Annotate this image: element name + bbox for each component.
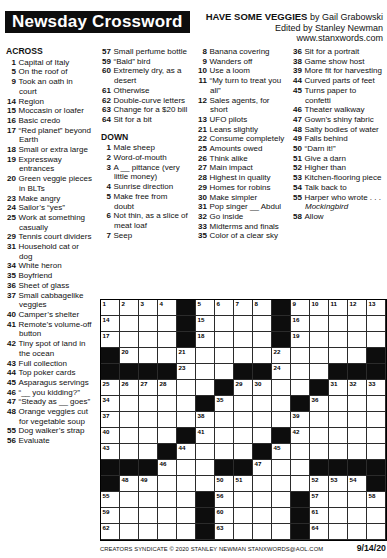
clue-across-31: 31Household cat or dog	[6, 242, 92, 261]
grid-cell-r2c15[interactable]	[367, 316, 386, 332]
grid-cell-r6c14[interactable]: 32	[348, 380, 367, 396]
grid-cell-r8c13[interactable]	[329, 412, 348, 428]
grid-cell-r12c2[interactable]: 48	[120, 476, 139, 492]
grid-cell-r4c7[interactable]	[215, 348, 234, 364]
grid-cell-r14c15[interactable]	[367, 508, 386, 524]
grid-cell-r11c4[interactable]: 46	[158, 460, 177, 476]
black-cell-r5c13	[329, 364, 348, 380]
clue-down-50: 50“Darn it!”	[292, 144, 382, 154]
grid-cell-r9c6[interactable]: 41	[196, 428, 215, 444]
app-title: Newsday Crossword	[12, 12, 183, 31]
grid-cell-r14c3[interactable]	[139, 508, 158, 524]
grid-cell-r8c3[interactable]	[139, 412, 158, 428]
grid-cell-r14c13[interactable]	[329, 508, 348, 524]
cell-number-22: 22	[274, 348, 281, 355]
grid-cell-r7c13[interactable]	[329, 396, 348, 412]
black-cell-r10c9	[253, 444, 272, 460]
grid-cell-r10c15[interactable]	[367, 444, 386, 460]
grid-cell-r12c14[interactable]: 54	[348, 476, 367, 492]
clue-number: 23	[6, 194, 16, 204]
grid-cell-r14c14[interactable]	[348, 508, 367, 524]
clue-text: Work at something casually	[19, 213, 86, 232]
grid-cell-r10c1[interactable]: 43	[101, 444, 120, 460]
grid-cell-r15c5[interactable]	[177, 524, 196, 540]
cell-number-62: 62	[103, 524, 110, 531]
grid-cell-r3c11[interactable]: 19	[291, 332, 310, 348]
grid-cell-r7c12[interactable]: 36	[310, 396, 329, 412]
grid-cell-r6c6[interactable]	[196, 380, 215, 396]
grid-cell-r4c14[interactable]	[348, 348, 367, 364]
black-cell-r15c6	[196, 524, 215, 540]
clue-number: 3	[101, 163, 111, 173]
cell-number-59: 59	[103, 508, 110, 515]
grid-cell-r1c13[interactable]: 11	[329, 300, 348, 316]
clue-number: 52	[292, 163, 302, 173]
grid-cell-r1c3[interactable]: 3	[139, 300, 158, 316]
grid-cell-r15c12[interactable]: 64	[310, 524, 329, 540]
grid-cell-r12c3[interactable]: 49	[139, 476, 158, 492]
grid-cell-r14c9[interactable]	[253, 508, 272, 524]
black-cell-r11c1	[101, 460, 120, 476]
clue-across-25: 25Work at something casually	[6, 213, 92, 232]
grid-cell-r10c11[interactable]	[291, 444, 310, 460]
grid-cell-r1c8[interactable]: 7	[234, 300, 253, 316]
cell-number-3: 3	[141, 300, 144, 307]
clue-text: Consume completely	[210, 134, 285, 143]
black-cell-r11c13	[329, 460, 348, 476]
clue-down-36: 36Sit for a portrait	[292, 47, 382, 57]
grid-cell-r4c12[interactable]	[310, 348, 329, 364]
cell-number-25: 25	[103, 380, 110, 387]
grid-cell-r15c4[interactable]	[158, 524, 177, 540]
grid-cell-r8c14[interactable]	[348, 412, 367, 428]
grid-cell-r10c8[interactable]	[234, 444, 253, 460]
grid-cell-r13c9[interactable]	[253, 492, 272, 508]
clue-number: 42	[6, 339, 16, 349]
clue-number: 62	[101, 96, 111, 106]
grid-cell-r3c13[interactable]	[329, 332, 348, 348]
grid-cell-r10c5[interactable]: 44	[177, 444, 196, 460]
grid-cell-r5c10[interactable]: 24	[272, 364, 291, 380]
clue-number: 44	[6, 368, 16, 378]
grid-cell-r13c1[interactable]: 55	[101, 492, 120, 508]
clue-text: Higher than	[305, 163, 346, 172]
clue-number: 25	[197, 144, 207, 154]
grid-cell-r10c2[interactable]	[120, 444, 139, 460]
grid-cell-r14c8[interactable]	[234, 508, 253, 524]
grid-cell-r14c2[interactable]	[120, 508, 139, 524]
grid-cell-r3c2[interactable]	[120, 332, 139, 348]
black-cell-r5c9	[253, 364, 272, 380]
grid-cell-r10c13[interactable]	[329, 444, 348, 460]
grid-cell-r3c15[interactable]	[367, 332, 386, 348]
clue-number: 36	[292, 47, 302, 57]
grid-cell-r10c7[interactable]	[215, 444, 234, 460]
grid-cell-r2c13[interactable]	[329, 316, 348, 332]
grid-cell-r4c4[interactable]	[158, 348, 177, 364]
grid-cell-r13c12[interactable]: 57	[310, 492, 329, 508]
clue-down-46: 46Theater walkway	[292, 105, 382, 115]
grid-cell-r10c3[interactable]	[139, 444, 158, 460]
grid-cell-r2c12[interactable]	[310, 316, 329, 332]
clue-down-2: 2Word-of-mouth	[101, 153, 189, 163]
grid-cell-r15c9[interactable]	[253, 524, 272, 540]
grid-cell-r12c13[interactable]: 53	[329, 476, 348, 492]
grid-cell-r2c8[interactable]	[234, 316, 253, 332]
clue-number: 29	[6, 232, 16, 242]
grid-cell-r3c6[interactable]: 18	[196, 332, 215, 348]
clue-text: Think alike	[210, 154, 248, 163]
grid-cell-r6c11[interactable]	[291, 380, 310, 396]
grid-cell-r11c6[interactable]	[196, 460, 215, 476]
black-cell-r11c2	[120, 460, 139, 476]
grid-cell-r8c15[interactable]	[367, 412, 386, 428]
clue-text: Not thin, as a slice of meat loaf	[114, 211, 188, 230]
grid-cell-r15c8[interactable]	[234, 524, 253, 540]
clue-down-31: 31Pop singer __ Abdul	[197, 202, 287, 212]
clue-down-26: 26Think alike	[197, 154, 287, 164]
grid-cell-r10c6[interactable]	[196, 444, 215, 460]
black-cell-r2c10	[272, 316, 291, 332]
cell-number-55: 55	[103, 492, 110, 499]
grid-cell-r7c14[interactable]	[348, 396, 367, 412]
clue-text: Gown’s shiny fabric	[305, 115, 374, 124]
grid-cell-r11c5[interactable]	[177, 460, 196, 476]
grid-cell-r9c4[interactable]	[158, 428, 177, 444]
grid-cell-r6c1[interactable]: 25	[101, 380, 120, 396]
grid-cell-r7c5[interactable]	[177, 396, 196, 412]
black-cell-r5c4	[158, 364, 177, 380]
grid-cell-r1c11[interactable]: 9	[291, 300, 310, 316]
grid-cell-r11c11[interactable]	[291, 460, 310, 476]
clue-across-61: 61Otherwise	[101, 86, 189, 96]
clue-number: 11	[197, 76, 207, 86]
black-cell-r3c10	[272, 332, 291, 348]
clue-number: 13	[197, 115, 207, 125]
clue-down-13: 13UFO pilots	[197, 115, 287, 125]
clue-number: 55	[292, 193, 302, 203]
grid-cell-r2c2[interactable]	[120, 316, 139, 332]
clue-number: 17	[6, 126, 16, 136]
grid-cell-r4c10[interactable]: 22	[272, 348, 291, 364]
grid-cell-r4c9[interactable]	[253, 348, 272, 364]
grid-cell-r12c9[interactable]	[253, 476, 272, 492]
grid-cell-r2c9[interactable]	[253, 316, 272, 332]
grid-cell-r14c7[interactable]: 60	[215, 508, 234, 524]
grid-cell-r10c12[interactable]	[310, 444, 329, 460]
clue-across-47: 47“Steady as __ goes”	[6, 397, 92, 407]
grid-cell-r13c14[interactable]	[348, 492, 367, 508]
clue-down-10: 10Use a loom	[197, 66, 287, 76]
grid-cell-r14c12[interactable]: 61	[310, 508, 329, 524]
grid-cell-r6c2[interactable]: 26	[120, 380, 139, 396]
clue-across-15: 15Moccasin or loafer	[6, 106, 92, 116]
grid-cell-r15c15[interactable]	[367, 524, 386, 540]
grid-cell-r7c1[interactable]: 34	[101, 396, 120, 412]
grid-cell-r13c3[interactable]	[139, 492, 158, 508]
grid-cell-r8c11[interactable]: 39	[291, 412, 310, 428]
grid-cell-r3c4[interactable]	[158, 332, 177, 348]
grid-cell-r9c15[interactable]	[367, 428, 386, 444]
grid-cell-r12c8[interactable]: 51	[234, 476, 253, 492]
grid-cell-r6c4[interactable]: 28	[158, 380, 177, 396]
grid-cell-r9c8[interactable]	[234, 428, 253, 444]
clue-number: 45	[6, 378, 16, 388]
grid-cell-r3c7[interactable]	[215, 332, 234, 348]
grid-cell-r4c2[interactable]: 20	[120, 348, 139, 364]
clue-number: 63	[101, 105, 111, 115]
grid-cell-r6c3[interactable]: 27	[139, 380, 158, 396]
clue-number: 35	[197, 231, 207, 241]
clue-text: Change for a $20 bill	[114, 105, 188, 114]
grid-cell-r7c3[interactable]	[139, 396, 158, 412]
grid-cell-r5c11[interactable]	[291, 364, 310, 380]
grid-cell-r6c5[interactable]	[177, 380, 196, 396]
grid-cell-r5c6[interactable]	[196, 364, 215, 380]
grid-cell-r8c5[interactable]	[177, 412, 196, 428]
grid-cell-r15c3[interactable]	[139, 524, 158, 540]
grid-cell-r13c10[interactable]	[272, 492, 291, 508]
grid-cell-r11c10[interactable]	[272, 460, 291, 476]
grid-cell-r13c5[interactable]	[177, 492, 196, 508]
grid-cell-r8c6[interactable]: 38	[196, 412, 215, 428]
grid-cell-r12c11[interactable]	[291, 476, 310, 492]
grid-cell-r11c9[interactable]: 47	[253, 460, 272, 476]
grid-cell-r5c5[interactable]: 23	[177, 364, 196, 380]
grid-cell-r13c13[interactable]	[329, 492, 348, 508]
clue-down-25: 25Amounts owed	[197, 144, 287, 154]
grid-cell-r4c5[interactable]: 21	[177, 348, 196, 364]
cell-number-63: 63	[217, 524, 224, 531]
grid-cell-r2c1[interactable]: 14	[101, 316, 120, 332]
clue-down-7: 7Seep	[101, 231, 189, 241]
grid-cell-r7c15[interactable]	[367, 396, 386, 412]
grid-cell-r13c7[interactable]: 56	[215, 492, 234, 508]
grid-cell-r7c2[interactable]	[120, 396, 139, 412]
grid-cell-r9c13[interactable]	[329, 428, 348, 444]
grid-cell-r3c1[interactable]: 17	[101, 332, 120, 348]
grid-cell-r7c8[interactable]	[234, 396, 253, 412]
grid-cell-r6c8[interactable]: 29	[234, 380, 253, 396]
grid-cell-r9c11[interactable]: 42	[291, 428, 310, 444]
grid-cell-r6c10[interactable]	[272, 380, 291, 396]
cell-number-50: 50	[217, 476, 224, 483]
grid-cell-r12c4[interactable]	[158, 476, 177, 492]
grid-cell-r4c3[interactable]	[139, 348, 158, 364]
grid-cell-r15c13[interactable]	[329, 524, 348, 540]
clue-number: 10	[197, 66, 207, 76]
grid-cell-r15c1[interactable]: 62	[101, 524, 120, 540]
grid-cell-r9c2[interactable]	[120, 428, 139, 444]
grid-cell-r3c3[interactable]	[139, 332, 158, 348]
grid-cell-r2c11[interactable]: 16	[291, 316, 310, 332]
grid-cell-r1c9[interactable]: 8	[253, 300, 272, 316]
grid-cell-r2c6[interactable]: 15	[196, 316, 215, 332]
grid-cell-r8c12[interactable]	[310, 412, 329, 428]
grid-cell-r5c12[interactable]	[310, 364, 329, 380]
grid-cell-r9c14[interactable]	[348, 428, 367, 444]
grid-cell-r4c13[interactable]	[329, 348, 348, 364]
clue-number: 47	[6, 397, 16, 407]
grid-cell-r5c7[interactable]	[215, 364, 234, 380]
grid-cell-r12c12[interactable]: 52	[310, 476, 329, 492]
grid-cell-r2c3[interactable]	[139, 316, 158, 332]
grid-cell-r3c12[interactable]	[310, 332, 329, 348]
clue-number: 32	[197, 212, 207, 222]
grid-cell-r3c9[interactable]	[253, 332, 272, 348]
grid-cell-r8c1[interactable]: 37	[101, 412, 120, 428]
grid-cell-r6c13[interactable]: 31	[329, 380, 348, 396]
grid-cell-r7c7[interactable]: 35	[215, 396, 234, 412]
clue-down-8: 8Banana covering	[197, 47, 287, 57]
cell-number-27: 27	[141, 380, 148, 387]
grid-cell-r1c15[interactable]: 13	[367, 300, 386, 316]
grid-cell-r9c7[interactable]	[215, 428, 234, 444]
cell-number-44: 44	[179, 444, 186, 451]
clue-number: 9	[6, 77, 16, 87]
clue-text: Wanders off	[210, 57, 253, 66]
clue-across-46: 46“__ you kidding?”	[6, 388, 92, 398]
black-cell-r7c11	[291, 396, 310, 412]
grid-cell-r14c5[interactable]	[177, 508, 196, 524]
grid-cell-r10c10[interactable]: 45	[272, 444, 291, 460]
clue-text: Highest in quality	[210, 173, 271, 182]
cell-number-49: 49	[141, 476, 148, 483]
clue-number: 59	[101, 57, 111, 67]
clue-number: 47	[292, 115, 302, 125]
black-cell-r11c15	[367, 460, 386, 476]
grid-cell-r1c14[interactable]: 12	[348, 300, 367, 316]
clue-across-41: 41Remote’s volume-off button	[6, 320, 92, 339]
clue-down-44: 44Curved parts of feet	[292, 76, 382, 86]
grid-cell-r7c4[interactable]	[158, 396, 177, 412]
cell-number-9: 9	[293, 300, 296, 307]
black-cell-r9c5	[177, 428, 196, 444]
grid-cell-r15c10[interactable]	[272, 524, 291, 540]
clue-down-22: 22Consume completely	[197, 134, 287, 144]
clue-text: Allow	[305, 212, 324, 221]
grid-cell-r1c2[interactable]: 2	[120, 300, 139, 316]
clue-number: 40	[6, 310, 16, 320]
grid-cell-r9c9[interactable]	[253, 428, 272, 444]
grid-cell-r8c10[interactable]	[272, 412, 291, 428]
grid-cell-r8c4[interactable]	[158, 412, 177, 428]
clue-across-48: 48Orange veggies cut for vegetable soup	[6, 407, 92, 426]
clue-number: 41	[6, 320, 16, 330]
grid-cell-r14c1[interactable]: 59	[101, 508, 120, 524]
clue-number: 38	[292, 57, 302, 67]
grid-cell-r12c10[interactable]	[272, 476, 291, 492]
grid-cell-r4c11[interactable]	[291, 348, 310, 364]
cell-number-34: 34	[103, 396, 110, 403]
grid-cell-r4c6[interactable]	[196, 348, 215, 364]
grid-cell-r13c8[interactable]	[234, 492, 253, 508]
clue-text: Top poker cards	[19, 368, 76, 377]
clue-down-38: 38Game show host	[292, 57, 382, 67]
grid-cell-r2c14[interactable]	[348, 316, 367, 332]
grid-cell-r14c10[interactable]	[272, 508, 291, 524]
grid-cell-r6c15[interactable]: 33	[367, 380, 386, 396]
cell-number-61: 61	[312, 508, 319, 515]
grid-cell-r8c9[interactable]	[253, 412, 272, 428]
clue-column-3: 8Banana covering9Wanders off10Use a loom…	[197, 47, 287, 241]
grid-cell-r15c7[interactable]: 63	[215, 524, 234, 540]
grid-cell-r13c4[interactable]	[158, 492, 177, 508]
clue-section-title-down: DOWN	[101, 133, 189, 143]
grid-cell-r3c8[interactable]	[234, 332, 253, 348]
grid-cell-r1c6[interactable]: 5	[196, 300, 215, 316]
grid-cell-r1c12[interactable]: 10	[310, 300, 329, 316]
clue-across-34: 34White heron	[6, 261, 92, 271]
clue-across-56: 56Evaluate	[6, 436, 92, 446]
grid-cell-r12c7[interactable]: 50	[215, 476, 234, 492]
cell-number-64: 64	[312, 524, 319, 531]
clue-number: 5	[6, 67, 16, 77]
grid-cell-r2c4[interactable]	[158, 316, 177, 332]
clue-number: 43	[6, 359, 16, 369]
black-cell-r11c14	[348, 460, 367, 476]
clue-number: 58	[292, 212, 302, 222]
clue-down-30: 30Make simpler	[197, 193, 287, 203]
clue-across-24: 24Sailor’s “yes”	[6, 203, 92, 213]
grid-cell-r15c2[interactable]	[120, 524, 139, 540]
cell-number-41: 41	[198, 428, 205, 435]
clue-across-63: 63Change for a $20 bill	[101, 105, 189, 115]
grid-cell-r13c15[interactable]: 58	[367, 492, 386, 508]
grid-cell-r9c1[interactable]: 40	[101, 428, 120, 444]
grid-cell-r14c4[interactable]	[158, 508, 177, 524]
grid-cell-r8c7[interactable]	[215, 412, 234, 428]
grid-cell-r13c2[interactable]	[120, 492, 139, 508]
grid-cell-r7c10[interactable]	[272, 396, 291, 412]
black-cell-r11c12	[310, 460, 329, 476]
grid-cell-r12c6[interactable]	[196, 476, 215, 492]
grid-cell-r2c7[interactable]	[215, 316, 234, 332]
cell-number-12: 12	[350, 300, 357, 307]
grid-cell-r7c9[interactable]	[253, 396, 272, 412]
clue-number: 31	[6, 242, 16, 252]
grid-cell-r1c4[interactable]: 4	[158, 300, 177, 316]
grid-cell-r1c7[interactable]: 6	[215, 300, 234, 316]
clue-text: “My turn to treat you all”	[210, 76, 282, 95]
clue-text: Small perfume bottle	[114, 47, 187, 56]
black-cell-r10c4	[158, 444, 177, 460]
clue-down-1: 1Male sheep	[101, 143, 189, 153]
clue-text: Extremely dry, as a desert	[114, 66, 182, 85]
grid-cell-r10c14[interactable]	[348, 444, 367, 460]
grid-cell-r9c12[interactable]	[310, 428, 329, 444]
clue-number: 8	[197, 47, 207, 57]
grid-cell-r8c8[interactable]	[234, 412, 253, 428]
cell-number-7: 7	[236, 300, 239, 307]
cell-number-48: 48	[122, 476, 129, 483]
grid-cell-r4c8[interactable]	[234, 348, 253, 364]
grid-cell-r3c14[interactable]	[348, 332, 367, 348]
grid-cell-r8c2[interactable]	[120, 412, 139, 428]
clue-text: Green veggie pieces in BLTs	[19, 174, 92, 193]
cell-number-43: 43	[103, 444, 110, 451]
grid-cell-r12c5[interactable]	[177, 476, 196, 492]
website-link[interactable]: www.stanxwords.com	[206, 33, 383, 44]
grid-cell-r6c9[interactable]: 30	[253, 380, 272, 396]
clue-down-47: 47Gown’s shiny fabric	[292, 115, 382, 125]
grid-cell-r15c14[interactable]	[348, 524, 367, 540]
credits-text: CREATORS SYNDICATE © 2020 STANLEY NEWMAN…	[100, 546, 323, 552]
clue-text: Go inside	[210, 212, 244, 221]
cell-number-10: 10	[312, 300, 319, 307]
grid-cell-r9c3[interactable]	[139, 428, 158, 444]
grid-cell-r1c1[interactable]: 1	[101, 300, 120, 316]
